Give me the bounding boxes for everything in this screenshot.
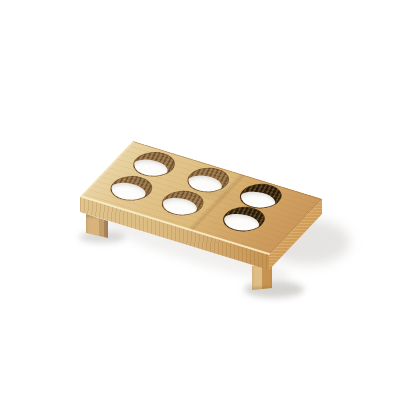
pit-through-hole-opening [104,180,151,205]
pit-through-hole-opening [156,195,203,220]
product-photo-scene [0,0,400,400]
pit-through-hole-opening [217,211,264,236]
